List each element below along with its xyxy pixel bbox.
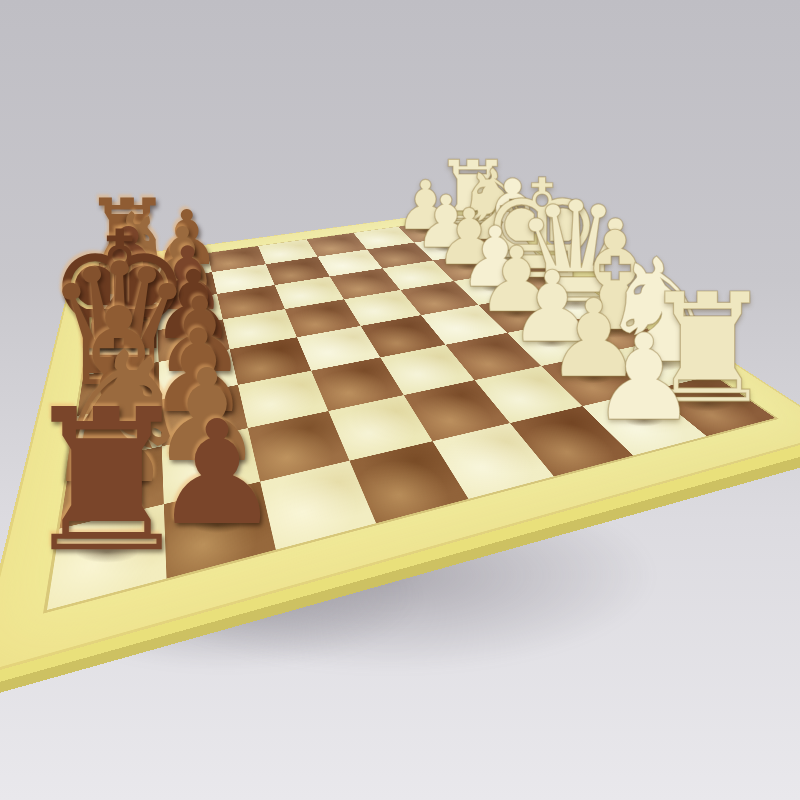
pieces-layer: ♜♞♝♛♚♝♞♜♟♟♟♟♟♟♟♟♟♟♟♟♟♟♟♟♜♞♝♛♚♝♞♜ — [0, 0, 800, 800]
photo-backdrop: ♜♞♝♛♚♝♞♜♟♟♟♟♟♟♟♟♟♟♟♟♟♟♟♟♜♞♝♛♚♝♞♜ — [0, 0, 800, 800]
black-rook-a8: ♜ — [19, 384, 195, 580]
white-pawn-a2: ♟ — [591, 318, 698, 437]
